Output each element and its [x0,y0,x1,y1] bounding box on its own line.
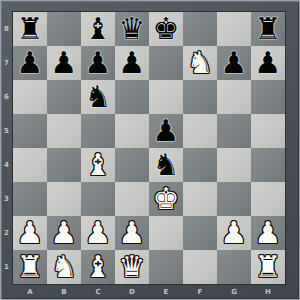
piece-black-pawn[interactable]: ♟ [255,46,282,80]
square-b2[interactable]: ♟ [47,216,81,250]
square-d7[interactable]: ♟ [115,46,149,80]
rank-labels: 87654321 [0,12,13,284]
piece-white-rook[interactable]: ♜ [255,250,282,284]
piece-black-pawn[interactable]: ♟ [17,46,44,80]
square-f4[interactable] [183,148,217,182]
square-d6[interactable] [115,80,149,114]
square-g1[interactable] [217,250,251,284]
square-a5[interactable] [13,114,47,148]
square-a1[interactable]: ♜ [13,250,47,284]
square-g5[interactable] [217,114,251,148]
square-c6[interactable]: ♞ [81,80,115,114]
square-c4[interactable]: ♝ [81,148,115,182]
square-b4[interactable] [47,148,81,182]
square-b6[interactable] [47,80,81,114]
square-a8[interactable]: ♜ [13,12,47,46]
file-label-b: B [47,284,81,300]
piece-black-pawn[interactable]: ♟ [119,46,146,80]
file-label-f: F [183,284,217,300]
piece-white-bishop[interactable]: ♝ [85,148,112,182]
piece-white-king[interactable]: ♚ [153,182,180,216]
square-f6[interactable] [183,80,217,114]
square-f3[interactable] [183,182,217,216]
square-c7[interactable]: ♟ [81,46,115,80]
square-h2[interactable]: ♟ [251,216,285,250]
file-label-g: G [217,284,251,300]
square-h3[interactable] [251,182,285,216]
square-f5[interactable] [183,114,217,148]
file-labels: ABCDEFGH [13,284,285,300]
square-d2[interactable]: ♟ [115,216,149,250]
square-e5[interactable]: ♟ [149,114,183,148]
square-g6[interactable] [217,80,251,114]
square-c2[interactable]: ♟ [81,216,115,250]
square-g4[interactable] [217,148,251,182]
square-a2[interactable]: ♟ [13,216,47,250]
piece-white-pawn[interactable]: ♟ [221,216,248,250]
square-d1[interactable]: ♛ [115,250,149,284]
square-h8[interactable]: ♜ [251,12,285,46]
square-h6[interactable] [251,80,285,114]
rank-label-3: 3 [0,182,13,216]
piece-white-pawn[interactable]: ♟ [51,216,78,250]
square-b7[interactable]: ♟ [47,46,81,80]
square-a3[interactable] [13,182,47,216]
square-c3[interactable] [81,182,115,216]
piece-white-rook[interactable]: ♜ [17,250,44,284]
square-f8[interactable] [183,12,217,46]
square-d4[interactable] [115,148,149,182]
square-e8[interactable]: ♚ [149,12,183,46]
square-g8[interactable] [217,12,251,46]
piece-white-pawn[interactable]: ♟ [85,216,112,250]
square-g3[interactable] [217,182,251,216]
piece-black-king[interactable]: ♚ [153,12,180,46]
square-h4[interactable] [251,148,285,182]
square-b8[interactable] [47,12,81,46]
piece-white-knight[interactable]: ♞ [187,46,214,80]
piece-black-knight[interactable]: ♞ [85,80,112,114]
board-grid: ♜♝♛♚♜♟♟♟♟♞♟♟♞♟♝♞♚♟♟♟♟♟♟♜♞♝♛♜ [13,12,285,284]
piece-black-pawn[interactable]: ♟ [221,46,248,80]
rank-label-7: 7 [0,46,13,80]
square-a6[interactable] [13,80,47,114]
square-e7[interactable] [149,46,183,80]
piece-black-pawn[interactable]: ♟ [153,114,180,148]
rank-label-5: 5 [0,114,13,148]
piece-black-rook[interactable]: ♜ [17,12,44,46]
chess-diagram: 87654321 ABCDEFGH ♜♝♛♚♜♟♟♟♟♞♟♟♞♟♝♞♚♟♟♟♟♟… [0,0,300,300]
piece-black-pawn[interactable]: ♟ [85,46,112,80]
square-c8[interactable]: ♝ [81,12,115,46]
square-a7[interactable]: ♟ [13,46,47,80]
file-label-e: E [149,284,183,300]
rank-label-8: 8 [0,12,13,46]
square-d3[interactable] [115,182,149,216]
square-c5[interactable] [81,114,115,148]
file-label-h: H [251,284,285,300]
square-d8[interactable]: ♛ [115,12,149,46]
square-e6[interactable] [149,80,183,114]
piece-white-bishop[interactable]: ♝ [85,250,112,284]
rank-label-4: 4 [0,148,13,182]
piece-black-queen[interactable]: ♛ [119,12,146,46]
square-g7[interactable]: ♟ [217,46,251,80]
file-label-a: A [13,284,47,300]
piece-white-pawn[interactable]: ♟ [17,216,44,250]
square-h1[interactable]: ♜ [251,250,285,284]
file-label-d: D [115,284,149,300]
square-f7[interactable]: ♞ [183,46,217,80]
square-e4[interactable]: ♞ [149,148,183,182]
piece-black-bishop[interactable]: ♝ [85,12,112,46]
piece-white-pawn[interactable]: ♟ [255,216,282,250]
piece-white-queen[interactable]: ♛ [119,250,146,284]
piece-black-knight[interactable]: ♞ [153,148,180,182]
square-b3[interactable] [47,182,81,216]
square-e3[interactable]: ♚ [149,182,183,216]
square-c1[interactable]: ♝ [81,250,115,284]
rank-label-6: 6 [0,80,13,114]
rank-label-2: 2 [0,216,13,250]
piece-black-rook[interactable]: ♜ [255,12,282,46]
piece-white-pawn[interactable]: ♟ [119,216,146,250]
square-b1[interactable]: ♞ [47,250,81,284]
piece-white-knight[interactable]: ♞ [51,250,78,284]
square-f2[interactable] [183,216,217,250]
square-h5[interactable] [251,114,285,148]
square-e2[interactable] [149,216,183,250]
square-g2[interactable]: ♟ [217,216,251,250]
file-label-c: C [81,284,115,300]
square-b5[interactable] [47,114,81,148]
square-h7[interactable]: ♟ [251,46,285,80]
piece-black-pawn[interactable]: ♟ [51,46,78,80]
rank-label-1: 1 [0,250,13,284]
square-f1[interactable] [183,250,217,284]
square-e1[interactable] [149,250,183,284]
square-a4[interactable] [13,148,47,182]
square-d5[interactable] [115,114,149,148]
